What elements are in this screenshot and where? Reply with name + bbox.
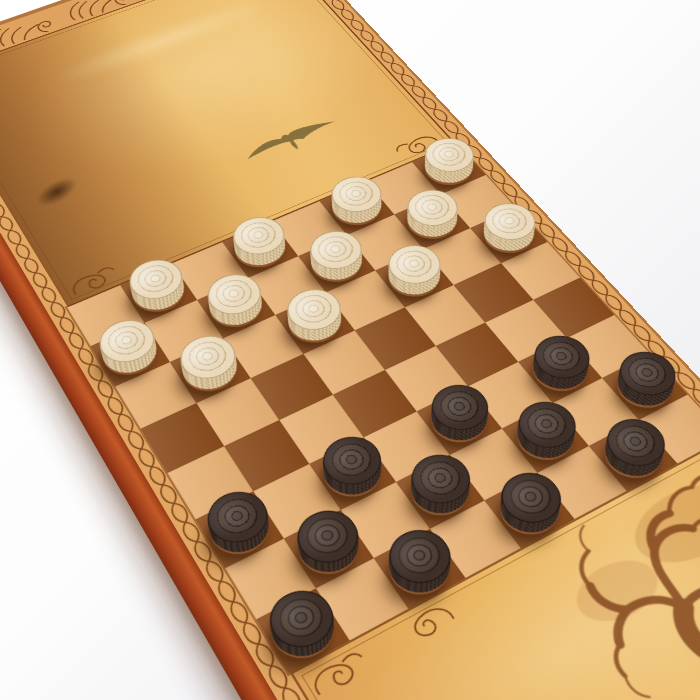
black-piece[interactable] [421,390,498,452]
piece-top [401,446,482,513]
piece-top [259,581,344,658]
piece-top [287,501,369,572]
scroll-ornament [390,595,460,650]
piece-top [313,428,392,494]
piece-top [508,393,587,456]
piece-top [421,377,499,439]
black-piece[interactable] [506,406,584,469]
piece-top [490,464,572,532]
black-piece[interactable] [314,441,392,506]
eagle-icon [237,112,347,172]
wood-knot [30,173,84,211]
piece-top [596,410,677,474]
piece-top [198,483,278,553]
black-piece[interactable] [400,458,480,525]
piece-top [378,521,462,594]
black-piece[interactable] [288,514,369,585]
game-board [0,0,700,700]
photo-background [0,0,700,700]
